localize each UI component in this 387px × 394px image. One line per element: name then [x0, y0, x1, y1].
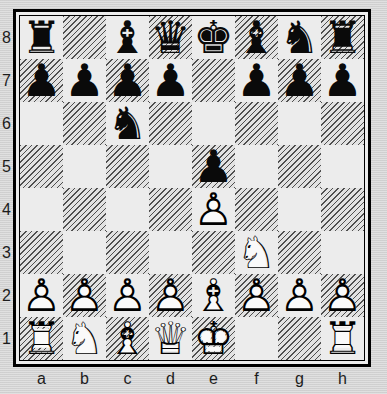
square-e3: [192, 231, 235, 274]
square-h4: [321, 188, 364, 231]
black-rook-glyph: ♜: [321, 16, 364, 59]
black-pawn: ♟: [192, 145, 235, 188]
file-label-d: d: [149, 369, 192, 389]
black-king-glyph: ♚: [192, 16, 235, 59]
black-pawn: ♟: [235, 59, 278, 102]
black-pawn: ♟: [278, 59, 321, 102]
file-label-a: a: [20, 369, 63, 389]
square-f1: [235, 317, 278, 360]
square-a1: ♜♖: [20, 317, 63, 360]
rank-label-5: 5: [0, 145, 13, 188]
square-f6: [235, 102, 278, 145]
square-g7: ♟: [278, 59, 321, 102]
square-a6: [20, 102, 63, 145]
square-b7: ♟: [63, 59, 106, 102]
square-c1: ♝♗: [106, 317, 149, 360]
rank-label-4: 4: [0, 188, 13, 231]
square-e8: ♚: [192, 16, 235, 59]
file-labels: abcdefgh: [20, 369, 364, 389]
square-f8: ♝: [235, 16, 278, 59]
white-rook-outline: ♖: [321, 317, 364, 360]
rank-label-7: 7: [0, 59, 13, 102]
square-a3: [20, 231, 63, 274]
black-bishop: ♝: [106, 16, 149, 59]
square-d8: ♛: [149, 16, 192, 59]
white-rook: ♜♖: [321, 317, 364, 360]
black-bishop-glyph: ♝: [235, 16, 278, 59]
white-pawn: ♟♙: [235, 274, 278, 317]
square-f4: [235, 188, 278, 231]
square-h3: [321, 231, 364, 274]
black-pawn-glyph: ♟: [321, 59, 364, 102]
square-e4: ♟♙: [192, 188, 235, 231]
square-a8: ♜: [20, 16, 63, 59]
square-e2: ♝♗: [192, 274, 235, 317]
square-g3: [278, 231, 321, 274]
square-c6: ♞: [106, 102, 149, 145]
square-d6: [149, 102, 192, 145]
square-c3: [106, 231, 149, 274]
square-b5: [63, 145, 106, 188]
square-h5: [321, 145, 364, 188]
white-pawn-outline: ♙: [63, 274, 106, 317]
white-pawn-outline: ♙: [149, 274, 192, 317]
white-bishop: ♝♗: [106, 317, 149, 360]
chess-diagram: 87654321 ♜♝♛♚♝♞♜♟♟♟♟♟♟♟♞♟♟♙♞♘♟♙♟♙♟♙♟♙♝♗♟…: [0, 0, 387, 394]
square-g8: ♞: [278, 16, 321, 59]
white-pawn: ♟♙: [20, 274, 63, 317]
white-knight: ♞♘: [63, 317, 106, 360]
square-g1: [278, 317, 321, 360]
rank-label-1: 1: [0, 317, 13, 360]
square-c4: [106, 188, 149, 231]
black-knight: ♞: [106, 102, 149, 145]
square-d1: ♛♕: [149, 317, 192, 360]
white-pawn: ♟♙: [192, 188, 235, 231]
black-queen: ♛: [149, 16, 192, 59]
rank-label-8: 8: [0, 16, 13, 59]
white-bishop: ♝♗: [192, 274, 235, 317]
square-a2: ♟♙: [20, 274, 63, 317]
square-b2: ♟♙: [63, 274, 106, 317]
black-rook-glyph: ♜: [20, 16, 63, 59]
white-rook-outline: ♖: [20, 317, 63, 360]
square-d5: [149, 145, 192, 188]
file-label-b: b: [63, 369, 106, 389]
square-e7: [192, 59, 235, 102]
black-king: ♚: [192, 16, 235, 59]
file-label-h: h: [321, 369, 364, 389]
square-e1: ♚♔: [192, 317, 235, 360]
white-pawn-outline: ♙: [235, 274, 278, 317]
chess-board: ♜♝♛♚♝♞♜♟♟♟♟♟♟♟♞♟♟♙♞♘♟♙♟♙♟♙♟♙♝♗♟♙♟♙♟♙♜♖♞♘…: [13, 9, 371, 367]
rank-label-6: 6: [0, 102, 13, 145]
file-label-e: e: [192, 369, 235, 389]
file-label-c: c: [106, 369, 149, 389]
square-h6: [321, 102, 364, 145]
black-bishop: ♝: [235, 16, 278, 59]
black-pawn: ♟: [106, 59, 149, 102]
square-d3: [149, 231, 192, 274]
black-pawn-glyph: ♟: [63, 59, 106, 102]
black-knight-glyph: ♞: [106, 102, 149, 145]
square-c5: [106, 145, 149, 188]
black-pawn: ♟: [63, 59, 106, 102]
white-pawn: ♟♙: [63, 274, 106, 317]
board-grid: ♜♝♛♚♝♞♜♟♟♟♟♟♟♟♞♟♟♙♞♘♟♙♟♙♟♙♟♙♝♗♟♙♟♙♟♙♜♖♞♘…: [19, 15, 365, 361]
white-pawn-outline: ♙: [192, 188, 235, 231]
black-pawn-glyph: ♟: [149, 59, 192, 102]
black-pawn: ♟: [149, 59, 192, 102]
square-b8: [63, 16, 106, 59]
white-bishop-outline: ♗: [106, 317, 149, 360]
white-rook: ♜♖: [20, 317, 63, 360]
white-pawn-outline: ♙: [106, 274, 149, 317]
square-h7: ♟: [321, 59, 364, 102]
black-pawn-glyph: ♟: [20, 59, 63, 102]
black-pawn-glyph: ♟: [106, 59, 149, 102]
file-label-g: g: [278, 369, 321, 389]
black-queen-glyph: ♛: [149, 16, 192, 59]
square-b1: ♞♘: [63, 317, 106, 360]
black-rook: ♜: [20, 16, 63, 59]
square-c7: ♟: [106, 59, 149, 102]
white-queen-outline: ♕: [149, 317, 192, 360]
black-pawn: ♟: [20, 59, 63, 102]
square-f2: ♟♙: [235, 274, 278, 317]
white-pawn: ♟♙: [278, 274, 321, 317]
rank-labels: 87654321: [0, 16, 13, 360]
file-label-f: f: [235, 369, 278, 389]
square-d7: ♟: [149, 59, 192, 102]
square-h2: ♟♙: [321, 274, 364, 317]
square-c8: ♝: [106, 16, 149, 59]
square-e6: [192, 102, 235, 145]
white-pawn: ♟♙: [106, 274, 149, 317]
rank-label-3: 3: [0, 231, 13, 274]
black-rook: ♜: [321, 16, 364, 59]
black-pawn-glyph: ♟: [235, 59, 278, 102]
square-b3: [63, 231, 106, 274]
white-pawn: ♟♙: [149, 274, 192, 317]
square-d2: ♟♙: [149, 274, 192, 317]
white-pawn-outline: ♙: [321, 274, 364, 317]
square-a4: [20, 188, 63, 231]
square-f5: [235, 145, 278, 188]
black-knight-glyph: ♞: [278, 16, 321, 59]
rank-label-2: 2: [0, 274, 13, 317]
square-g2: ♟♙: [278, 274, 321, 317]
square-b6: [63, 102, 106, 145]
square-c2: ♟♙: [106, 274, 149, 317]
square-h8: ♜: [321, 16, 364, 59]
black-pawn: ♟: [321, 59, 364, 102]
white-king: ♚♔: [192, 317, 235, 360]
square-a7: ♟: [20, 59, 63, 102]
black-bishop-glyph: ♝: [106, 16, 149, 59]
white-queen: ♛♕: [149, 317, 192, 360]
black-pawn-glyph: ♟: [278, 59, 321, 102]
white-bishop-outline: ♗: [192, 274, 235, 317]
square-b4: [63, 188, 106, 231]
white-pawn-outline: ♙: [20, 274, 63, 317]
square-f3: ♞♘: [235, 231, 278, 274]
square-f7: ♟: [235, 59, 278, 102]
white-pawn-outline: ♙: [278, 274, 321, 317]
square-d4: [149, 188, 192, 231]
white-knight-outline: ♘: [63, 317, 106, 360]
white-knight: ♞♘: [235, 231, 278, 274]
black-knight: ♞: [278, 16, 321, 59]
square-h1: ♜♖: [321, 317, 364, 360]
square-e5: ♟: [192, 145, 235, 188]
white-king-outline: ♔: [192, 317, 235, 360]
square-a5: [20, 145, 63, 188]
square-g4: [278, 188, 321, 231]
square-g6: [278, 102, 321, 145]
white-pawn: ♟♙: [321, 274, 364, 317]
black-pawn-glyph: ♟: [192, 145, 235, 188]
white-knight-outline: ♘: [235, 231, 278, 274]
square-g5: [278, 145, 321, 188]
